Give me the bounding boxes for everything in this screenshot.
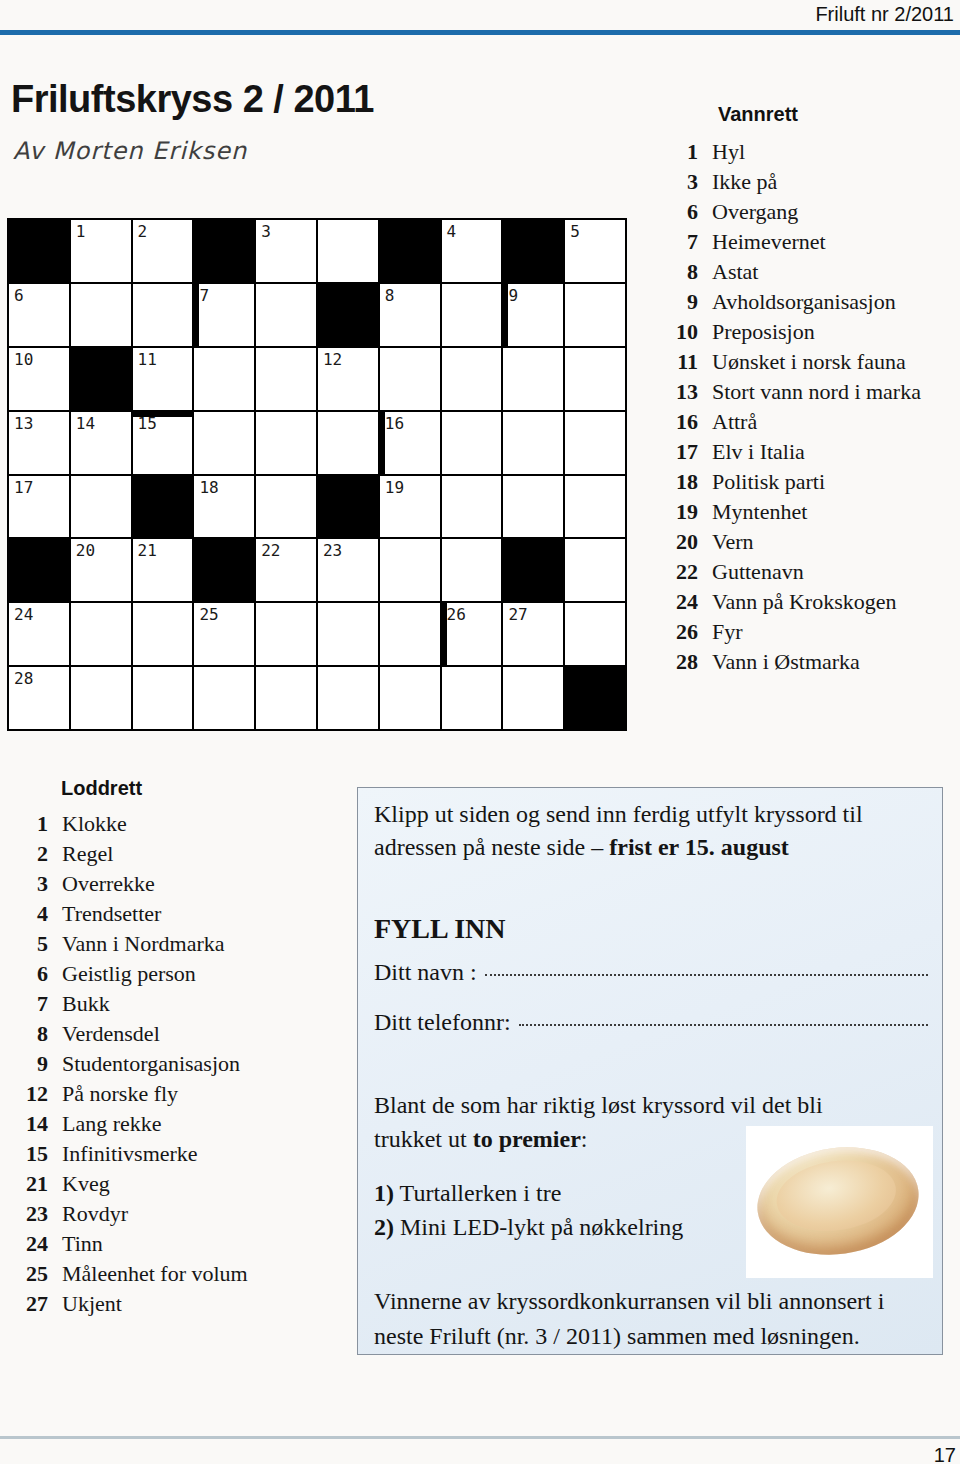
clue-number: 21: [138, 541, 157, 560]
across-clue-17: 17Elv i Italia: [658, 437, 958, 467]
cell-r2c4[interactable]: 7: [194, 284, 254, 346]
cell-r2c5[interactable]: [256, 284, 316, 346]
across-clue-1: 1Hyl: [658, 137, 958, 167]
down-clue-2: 2Regel: [8, 839, 338, 869]
cell-r3c5[interactable]: [256, 348, 316, 410]
clue-list-number: 25: [8, 1259, 48, 1289]
cell-r5c6: [318, 476, 378, 538]
clue-number: 15: [138, 414, 157, 433]
cell-r1c3[interactable]: 2: [133, 220, 193, 282]
clue-number: 25: [199, 605, 218, 624]
down-heading: Loddrett: [61, 777, 142, 800]
down-clue-21: 21Kveg: [8, 1169, 338, 1199]
down-clue-7: 7Bukk: [8, 989, 338, 1019]
down-clue-5: 5Vann i Nordmarka: [8, 929, 338, 959]
crossword-grid: 1234567891011121314151617181920212223242…: [7, 218, 627, 731]
cell-r4c10[interactable]: [565, 412, 625, 474]
clue-list-text: På norske fly: [62, 1079, 178, 1109]
cell-r4c7[interactable]: 16: [380, 412, 440, 474]
cell-r5c9[interactable]: [503, 476, 563, 538]
clue-list-text: Studentorganisasjon: [62, 1049, 240, 1079]
cell-r8c4[interactable]: [194, 667, 254, 729]
clue-list-number: 9: [8, 1049, 48, 1079]
cell-r1c2[interactable]: 1: [71, 220, 131, 282]
clue-list-text: Astat: [712, 257, 758, 287]
word-separator-bar: [440, 601, 447, 667]
cell-r6c1: [9, 539, 69, 601]
down-clue-14: 14Lang rekke: [8, 1109, 338, 1139]
contest-info-box: Klipp ut siden og send inn ferdig utfylt…: [357, 787, 943, 1355]
clue-list-text: Fyr: [712, 617, 743, 647]
instructions-paragraph: Klipp ut siden og send inn ferdig utfylt…: [374, 798, 928, 864]
clue-number: 26: [447, 605, 466, 624]
winners-line1: Vinnerne av kryssordkonkurransen vil bli…: [374, 1288, 884, 1314]
clue-list-number: 8: [8, 1019, 48, 1049]
word-separator-bar: [378, 410, 385, 476]
phone-field-row: Ditt telefonnr:: [374, 1009, 928, 1036]
cell-r4c5[interactable]: [256, 412, 316, 474]
cell-r4c6[interactable]: [318, 412, 378, 474]
cell-r7c7[interactable]: [380, 603, 440, 665]
cell-r8c7[interactable]: [380, 667, 440, 729]
cell-r3c4[interactable]: [194, 348, 254, 410]
cell-r3c1[interactable]: 10: [9, 348, 69, 410]
prize-item-2: 2) Mini LED-lykt på nøkkelring: [374, 1210, 754, 1244]
cell-r8c6[interactable]: [318, 667, 378, 729]
down-clue-15: 15Infinitivsmerke: [8, 1139, 338, 1169]
clue-list-number: 5: [8, 929, 48, 959]
clue-list-number: 7: [658, 227, 698, 257]
clue-list-text: Tinn: [62, 1229, 103, 1259]
cell-r6c9: [503, 539, 563, 601]
clue-number: 2: [138, 222, 148, 241]
winners-line2: neste Friluft (nr. 3 / 2011) sammen med …: [374, 1323, 860, 1349]
cell-r2c2[interactable]: [71, 284, 131, 346]
deadline-text: frist er 15. august: [609, 834, 789, 860]
down-clue-3: 3Overrekke: [8, 869, 338, 899]
down-clue-27: 27Ukjent: [8, 1289, 338, 1319]
clue-number: 14: [76, 414, 95, 433]
across-clue-22: 22Guttenavn: [658, 557, 958, 587]
clue-list-text: Vern: [712, 527, 754, 557]
clue-list-text: Trendsetter: [62, 899, 161, 929]
cell-r2c9[interactable]: 9: [503, 284, 563, 346]
down-clue-25: 25Måleenhet for volum: [8, 1259, 338, 1289]
clue-list-number: 13: [658, 377, 698, 407]
cell-r5c4[interactable]: 18: [194, 476, 254, 538]
cell-r6c2[interactable]: 20: [71, 539, 131, 601]
clue-list-number: 15: [8, 1139, 48, 1169]
clue-list-number: 22: [658, 557, 698, 587]
across-clue-7: 7Heimevernet: [658, 227, 958, 257]
clue-list-text: Myntenhet: [712, 497, 807, 527]
clue-list-number: 1: [658, 137, 698, 167]
cell-r2c1[interactable]: 6: [9, 284, 69, 346]
clue-number: 12: [323, 350, 342, 369]
across-clue-10: 10Preposisjon: [658, 317, 958, 347]
footer-rule: [0, 1436, 960, 1439]
clue-list-number: 24: [8, 1229, 48, 1259]
cell-r1c1: [9, 220, 69, 282]
clue-list-text: Overgang: [712, 197, 798, 227]
across-clue-20: 20Vern: [658, 527, 958, 557]
phone-label: Ditt telefonnr:: [374, 1009, 511, 1036]
clue-list-number: 23: [8, 1199, 48, 1229]
cell-r8c1[interactable]: 28: [9, 667, 69, 729]
clue-list-number: 21: [8, 1169, 48, 1199]
clue-list-number: 10: [658, 317, 698, 347]
clue-list-text: Klokke: [62, 809, 127, 839]
wooden-plate-image: [750, 1137, 925, 1265]
clue-list-text: Guttenavn: [712, 557, 804, 587]
clue-number: 11: [138, 350, 157, 369]
clue-list-number: 18: [658, 467, 698, 497]
cell-r5c1[interactable]: 17: [9, 476, 69, 538]
cell-r6c6[interactable]: 23: [318, 539, 378, 601]
name-input-line[interactable]: [485, 974, 928, 976]
winners-paragraph: Vinnerne av kryssordkonkurransen vil bli…: [374, 1284, 928, 1354]
clue-list-text: Vann på Krokskogen: [712, 587, 897, 617]
clue-number: 28: [14, 669, 33, 688]
clue-list-number: 19: [658, 497, 698, 527]
clue-number: 20: [76, 541, 95, 560]
header-rule: [0, 30, 960, 35]
cell-r2c6: [318, 284, 378, 346]
cell-r3c2: [71, 348, 131, 410]
cell-r7c4[interactable]: 25: [194, 603, 254, 665]
clue-list-text: Lang rekke: [62, 1109, 162, 1139]
prizes-line2: trukket ut: [374, 1126, 473, 1152]
across-clue-8: 8Astat: [658, 257, 958, 287]
cell-r6c8[interactable]: [442, 539, 502, 601]
clue-number: 27: [508, 605, 527, 624]
instructions-line2: adressen på neste side –: [374, 834, 609, 860]
across-clue-11: 11Uønsket i norsk fauna: [658, 347, 958, 377]
clue-list-text: Vann i Østmarka: [712, 647, 860, 677]
cell-r4c3[interactable]: 15: [133, 412, 193, 474]
prize-list: 1) Turtallerken i tre2) Mini LED-lykt på…: [374, 1176, 754, 1244]
cell-r5c3: [133, 476, 193, 538]
across-clue-24: 24Vann på Krokskogen: [658, 587, 958, 617]
down-clue-12: 12På norske fly: [8, 1079, 338, 1109]
down-clue-8: 8Verdensdel: [8, 1019, 338, 1049]
instructions-line1: Klipp ut siden og send inn ferdig utfylt…: [374, 801, 863, 827]
cell-r3c7[interactable]: [380, 348, 440, 410]
clue-list-number: 28: [658, 647, 698, 677]
prize-item-1: 1) Turtallerken i tre: [374, 1176, 754, 1210]
clue-list-text: Preposisjon: [712, 317, 815, 347]
cell-r3c9[interactable]: [503, 348, 563, 410]
cell-r1c4: [194, 220, 254, 282]
cell-r1c9: [503, 220, 563, 282]
cell-r3c6[interactable]: 12: [318, 348, 378, 410]
down-clue-1: 1Klokke: [8, 809, 338, 839]
cell-r2c7[interactable]: 8: [380, 284, 440, 346]
cell-r3c10[interactable]: [565, 348, 625, 410]
across-clue-16: 16Attrå: [658, 407, 958, 437]
clue-list-text: Regel: [62, 839, 113, 869]
clue-list-text: Elv i Italia: [712, 437, 805, 467]
clue-list-number: 9: [658, 287, 698, 317]
cell-r7c10[interactable]: [565, 603, 625, 665]
clue-number: 1: [76, 222, 86, 241]
clue-number: 24: [14, 605, 33, 624]
clue-number: 8: [385, 286, 395, 305]
clue-number: 4: [447, 222, 457, 241]
clue-number: 23: [323, 541, 342, 560]
clue-list-number: 8: [658, 257, 698, 287]
cell-r7c3[interactable]: [133, 603, 193, 665]
clue-list-text: Overrekke: [62, 869, 155, 899]
cell-r6c10[interactable]: [565, 539, 625, 601]
clue-list-number: 20: [658, 527, 698, 557]
prize-plate-photo: [746, 1126, 933, 1278]
cell-r5c8[interactable]: [442, 476, 502, 538]
clue-list-number: 6: [8, 959, 48, 989]
cell-r2c8[interactable]: [442, 284, 502, 346]
cell-r2c10[interactable]: [565, 284, 625, 346]
prizes-line1: Blant de som har riktig løst kryssord vi…: [374, 1092, 823, 1118]
clue-list-text: Hyl: [712, 137, 745, 167]
cell-r7c1[interactable]: 24: [9, 603, 69, 665]
cell-r8c8[interactable]: [442, 667, 502, 729]
magazine-page: Friluft nr 2/2011 Friluftskryss 2 / 2011…: [0, 0, 960, 1464]
cell-r4c1[interactable]: 13: [9, 412, 69, 474]
across-clues: 1Hyl3Ikke på6Overgang7Heimevernet8Astat9…: [658, 137, 958, 677]
cell-r1c8[interactable]: 4: [442, 220, 502, 282]
clue-list-text: Måleenhet for volum: [62, 1259, 248, 1289]
clue-number: 6: [14, 286, 24, 305]
across-clue-6: 6Overgang: [658, 197, 958, 227]
across-clue-19: 19Myntenhet: [658, 497, 958, 527]
clue-list-text: Ukjent: [62, 1289, 122, 1319]
cell-r8c10: [565, 667, 625, 729]
clue-list-text: Attrå: [712, 407, 757, 437]
two-prizes-text: to premier: [473, 1126, 581, 1152]
across-clue-9: 9Avholdsorganisasjon: [658, 287, 958, 317]
page-number: 17: [934, 1444, 956, 1464]
fill-in-heading: FYLL INN: [374, 913, 928, 945]
clue-number: 16: [385, 414, 404, 433]
cell-r1c10[interactable]: 5: [565, 220, 625, 282]
page-title: Friluftskryss 2 / 2011: [11, 78, 374, 121]
cell-r8c3[interactable]: [133, 667, 193, 729]
down-clue-9: 9Studentorganisasjon: [8, 1049, 338, 1079]
clue-list-number: 11: [658, 347, 698, 377]
clue-number: 5: [570, 222, 580, 241]
clue-list-text: Stort vann nord i marka: [712, 377, 921, 407]
cell-r7c6[interactable]: [318, 603, 378, 665]
clue-list-text: Infinitivsmerke: [62, 1139, 198, 1169]
cell-r6c3[interactable]: 21: [133, 539, 193, 601]
prize-item-text: Turtallerken i tre: [394, 1180, 561, 1206]
clue-list-number: 3: [8, 869, 48, 899]
clue-list-text: Bukk: [62, 989, 110, 1019]
clue-list-number: 3: [658, 167, 698, 197]
cell-r1c6[interactable]: [318, 220, 378, 282]
word-separator-bar: [192, 282, 199, 348]
cell-r5c2[interactable]: [71, 476, 131, 538]
clue-number: 10: [14, 350, 33, 369]
prize-item-number: 1): [374, 1180, 394, 1206]
across-heading: Vannrett: [718, 103, 798, 126]
prize-item-text: Mini LED-lykt på nøkkelring: [394, 1214, 683, 1240]
clue-number: 3: [261, 222, 271, 241]
clue-number: 9: [508, 286, 518, 305]
clue-list-text: Kveg: [62, 1169, 110, 1199]
name-field-row: Ditt navn :: [374, 959, 928, 986]
down-clue-23: 23Rovdyr: [8, 1199, 338, 1229]
across-clue-28: 28Vann i Østmarka: [658, 647, 958, 677]
cell-r8c9[interactable]: [503, 667, 563, 729]
clue-list-text: Avholdsorganisasjon: [712, 287, 896, 317]
cell-r6c4: [194, 539, 254, 601]
clue-list-number: 4: [8, 899, 48, 929]
cell-r7c2[interactable]: [71, 603, 131, 665]
cell-r4c9[interactable]: [503, 412, 563, 474]
clue-list-text: Ikke på: [712, 167, 777, 197]
clue-list-number: 26: [658, 617, 698, 647]
clue-list-number: 14: [8, 1109, 48, 1139]
cell-r6c5[interactable]: 22: [256, 539, 316, 601]
clue-number: 13: [14, 414, 33, 433]
clue-list-text: Geistlig person: [62, 959, 196, 989]
down-clue-24: 24Tinn: [8, 1229, 338, 1259]
down-clues: 1Klokke2Regel3Overrekke4Trendsetter5Vann…: [8, 809, 338, 1319]
down-clue-4: 4Trendsetter: [8, 899, 338, 929]
cell-r4c8[interactable]: [442, 412, 502, 474]
clue-list-number: 12: [8, 1079, 48, 1109]
clue-list-text: Vann i Nordmarka: [62, 929, 225, 959]
name-label: Ditt navn :: [374, 959, 477, 986]
cell-r5c5[interactable]: [256, 476, 316, 538]
cell-r3c8[interactable]: [442, 348, 502, 410]
across-clue-18: 18Politisk parti: [658, 467, 958, 497]
cell-r5c7[interactable]: 19: [380, 476, 440, 538]
clue-list-text: Uønsket i norsk fauna: [712, 347, 906, 377]
clue-list-number: 24: [658, 587, 698, 617]
down-clue-6: 6Geistlig person: [8, 959, 338, 989]
clue-list-number: 6: [658, 197, 698, 227]
cell-r2c3[interactable]: [133, 284, 193, 346]
clue-list-text: Politisk parti: [712, 467, 825, 497]
clue-list-text: Heimevernet: [712, 227, 826, 257]
clue-list-number: 7: [8, 989, 48, 1019]
across-clue-26: 26Fyr: [658, 617, 958, 647]
cell-r8c2[interactable]: [71, 667, 131, 729]
prize-item-number: 2): [374, 1214, 394, 1240]
phone-input-line[interactable]: [519, 1024, 928, 1026]
author-byline: Av Morten Eriksen: [13, 137, 247, 165]
clue-number: 19: [385, 478, 404, 497]
cell-r5c10[interactable]: [565, 476, 625, 538]
cell-r4c2[interactable]: 14: [71, 412, 131, 474]
cell-r7c8[interactable]: 26: [442, 603, 502, 665]
clue-number: 18: [199, 478, 218, 497]
magazine-masthead: Friluft nr 2/2011: [815, 3, 954, 26]
clue-number: 22: [261, 541, 280, 560]
cell-r7c5[interactable]: [256, 603, 316, 665]
word-separator-bar: [501, 282, 508, 348]
across-clue-13: 13Stort vann nord i marka: [658, 377, 958, 407]
clue-list-number: 17: [658, 437, 698, 467]
clue-number: 7: [199, 286, 209, 305]
cell-r4c4[interactable]: [194, 412, 254, 474]
across-clue-3: 3Ikke på: [658, 167, 958, 197]
clue-list-text: Verdensdel: [62, 1019, 160, 1049]
cell-r3c3[interactable]: 11: [133, 348, 193, 410]
clue-list-number: 16: [658, 407, 698, 437]
cell-r7c9[interactable]: 27: [503, 603, 563, 665]
clue-list-number: 2: [8, 839, 48, 869]
clue-number: 17: [14, 478, 33, 497]
cell-r6c7[interactable]: [380, 539, 440, 601]
clue-list-number: 27: [8, 1289, 48, 1319]
clue-list-number: 1: [8, 809, 48, 839]
cell-r8c5[interactable]: [256, 667, 316, 729]
cell-r1c5[interactable]: 3: [256, 220, 316, 282]
cell-r1c7: [380, 220, 440, 282]
clue-list-text: Rovdyr: [62, 1199, 128, 1229]
